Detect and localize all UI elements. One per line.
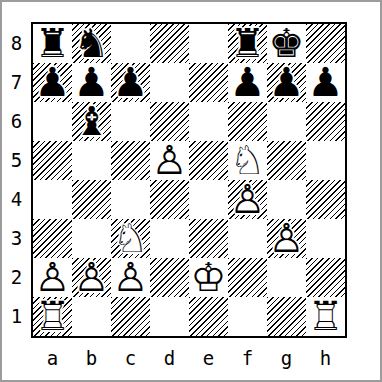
black-king[interactable]: ♚♚ bbox=[267, 24, 306, 63]
black-pawn-glyph: ♟ bbox=[306, 62, 345, 101]
rank-label-8: 8 bbox=[2, 24, 31, 63]
black-pawn[interactable]: ♟♟ bbox=[306, 63, 345, 102]
white-pawn[interactable]: ♟♙ bbox=[267, 219, 306, 258]
square-c8[interactable] bbox=[111, 24, 150, 63]
black-pawn[interactable]: ♟♟ bbox=[228, 63, 267, 102]
square-d2[interactable] bbox=[150, 258, 189, 297]
square-c1[interactable] bbox=[111, 297, 150, 336]
square-a3[interactable] bbox=[33, 219, 72, 258]
square-a4[interactable] bbox=[33, 180, 72, 219]
white-pawn[interactable]: ♟♙ bbox=[33, 258, 72, 297]
white-knight[interactable]: ♞♘ bbox=[111, 219, 150, 258]
white-pawn[interactable]: ♟♙ bbox=[111, 258, 150, 297]
white-knight-glyph: ♘ bbox=[111, 218, 150, 257]
square-h5[interactable] bbox=[306, 141, 345, 180]
rank-labels: 8 7 6 5 4 3 2 1 bbox=[2, 24, 31, 336]
file-label-b: b bbox=[72, 342, 111, 374]
square-e2[interactable]: ♚♔ bbox=[189, 258, 228, 297]
square-e7[interactable] bbox=[189, 63, 228, 102]
rank-label-7: 7 bbox=[2, 63, 31, 102]
file-label-g: g bbox=[267, 342, 306, 374]
square-g7[interactable]: ♟♟ bbox=[267, 63, 306, 102]
square-g4[interactable] bbox=[267, 180, 306, 219]
rank-label-5: 5 bbox=[2, 141, 31, 180]
square-c6[interactable] bbox=[111, 102, 150, 141]
square-a7[interactable]: ♟♟ bbox=[33, 63, 72, 102]
square-f6[interactable] bbox=[228, 102, 267, 141]
black-pawn[interactable]: ♟♟ bbox=[267, 63, 306, 102]
square-h7[interactable]: ♟♟ bbox=[306, 63, 345, 102]
square-d4[interactable] bbox=[150, 180, 189, 219]
square-g8[interactable]: ♚♚ bbox=[267, 24, 306, 63]
square-e6[interactable] bbox=[189, 102, 228, 141]
square-g1[interactable] bbox=[267, 297, 306, 336]
square-e3[interactable] bbox=[189, 219, 228, 258]
black-pawn[interactable]: ♟♟ bbox=[33, 63, 72, 102]
black-pawn[interactable]: ♟♟ bbox=[72, 63, 111, 102]
square-h4[interactable] bbox=[306, 180, 345, 219]
square-h3[interactable] bbox=[306, 219, 345, 258]
square-h1[interactable]: ♜♖ bbox=[306, 297, 345, 336]
black-bishop-glyph: ♝ bbox=[72, 101, 111, 140]
square-h2[interactable] bbox=[306, 258, 345, 297]
square-b7[interactable]: ♟♟ bbox=[72, 63, 111, 102]
white-rook[interactable]: ♜♖ bbox=[33, 297, 72, 336]
square-c5[interactable] bbox=[111, 141, 150, 180]
square-c3[interactable]: ♞♘ bbox=[111, 219, 150, 258]
black-pawn[interactable]: ♟♟ bbox=[111, 63, 150, 102]
square-f8[interactable]: ♜♜ bbox=[228, 24, 267, 63]
white-pawn[interactable]: ♟♙ bbox=[72, 258, 111, 297]
square-a1[interactable]: ♜♖ bbox=[33, 297, 72, 336]
white-rook-glyph: ♖ bbox=[33, 296, 72, 335]
file-label-f: f bbox=[228, 342, 267, 374]
square-a8[interactable]: ♜♜ bbox=[33, 24, 72, 63]
white-pawn[interactable]: ♟♙ bbox=[150, 141, 189, 180]
rank-label-1: 1 bbox=[2, 297, 31, 336]
square-c7[interactable]: ♟♟ bbox=[111, 63, 150, 102]
square-b5[interactable] bbox=[72, 141, 111, 180]
rank-label-2: 2 bbox=[2, 258, 31, 297]
white-pawn-glyph: ♙ bbox=[111, 257, 150, 296]
square-b8[interactable]: ♞♞ bbox=[72, 24, 111, 63]
square-d1[interactable] bbox=[150, 297, 189, 336]
square-e1[interactable] bbox=[189, 297, 228, 336]
square-a5[interactable] bbox=[33, 141, 72, 180]
chess-diagram: 8 7 6 5 4 3 2 1 ♜♜♞♞♜♜♚♚♟♟♟♟♟♟♟♟♟♟♟♟♝♝♟♙… bbox=[0, 0, 382, 382]
square-a6[interactable] bbox=[33, 102, 72, 141]
black-king-glyph: ♚ bbox=[267, 23, 306, 62]
square-c4[interactable] bbox=[111, 180, 150, 219]
square-d8[interactable] bbox=[150, 24, 189, 63]
chess-board: ♜♜♞♞♜♜♚♚♟♟♟♟♟♟♟♟♟♟♟♟♝♝♟♙♞♘♟♙♞♘♟♙♟♙♟♙♟♙♚♔… bbox=[31, 22, 347, 338]
rank-label-4: 4 bbox=[2, 180, 31, 219]
white-pawn-glyph: ♙ bbox=[228, 179, 267, 218]
black-knight[interactable]: ♞♞ bbox=[72, 24, 111, 63]
square-f2[interactable] bbox=[228, 258, 267, 297]
file-label-c: c bbox=[111, 342, 150, 374]
black-rook-glyph: ♜ bbox=[33, 23, 72, 62]
square-f1[interactable] bbox=[228, 297, 267, 336]
white-pawn-glyph: ♙ bbox=[33, 257, 72, 296]
white-pawn-glyph: ♙ bbox=[267, 218, 306, 257]
black-knight-glyph: ♞ bbox=[72, 23, 111, 62]
file-label-e: e bbox=[189, 342, 228, 374]
black-rook[interactable]: ♜♜ bbox=[33, 24, 72, 63]
black-rook[interactable]: ♜♜ bbox=[228, 24, 267, 63]
square-b4[interactable] bbox=[72, 180, 111, 219]
square-d7[interactable] bbox=[150, 63, 189, 102]
white-pawn[interactable]: ♟♙ bbox=[228, 180, 267, 219]
white-pawn-glyph: ♙ bbox=[150, 140, 189, 179]
square-b3[interactable] bbox=[72, 219, 111, 258]
white-king[interactable]: ♚♔ bbox=[189, 258, 228, 297]
rank-label-3: 3 bbox=[2, 219, 31, 258]
square-d5[interactable]: ♟♙ bbox=[150, 141, 189, 180]
file-labels: a b c d e f g h bbox=[33, 342, 345, 374]
square-g3[interactable]: ♟♙ bbox=[267, 219, 306, 258]
square-e4[interactable] bbox=[189, 180, 228, 219]
black-pawn-glyph: ♟ bbox=[33, 62, 72, 101]
file-label-d: d bbox=[150, 342, 189, 374]
square-e5[interactable] bbox=[189, 141, 228, 180]
square-d6[interactable] bbox=[150, 102, 189, 141]
square-a2[interactable]: ♟♙ bbox=[33, 258, 72, 297]
black-bishop[interactable]: ♝♝ bbox=[72, 102, 111, 141]
black-pawn-glyph: ♟ bbox=[72, 62, 111, 101]
black-pawn-glyph: ♟ bbox=[111, 62, 150, 101]
white-knight[interactable]: ♞♘ bbox=[228, 141, 267, 180]
rank-label-6: 6 bbox=[2, 102, 31, 141]
square-g5[interactable] bbox=[267, 141, 306, 180]
square-h8[interactable] bbox=[306, 24, 345, 63]
black-pawn-glyph: ♟ bbox=[267, 62, 306, 101]
square-f3[interactable] bbox=[228, 219, 267, 258]
white-knight-glyph: ♘ bbox=[228, 140, 267, 179]
square-h6[interactable] bbox=[306, 102, 345, 141]
square-b6[interactable]: ♝♝ bbox=[72, 102, 111, 141]
square-c2[interactable]: ♟♙ bbox=[111, 258, 150, 297]
square-e8[interactable] bbox=[189, 24, 228, 63]
black-rook-glyph: ♜ bbox=[228, 23, 267, 62]
square-g2[interactable] bbox=[267, 258, 306, 297]
square-d3[interactable] bbox=[150, 219, 189, 258]
square-b1[interactable] bbox=[72, 297, 111, 336]
file-label-a: a bbox=[33, 342, 72, 374]
square-f7[interactable]: ♟♟ bbox=[228, 63, 267, 102]
white-king-glyph: ♔ bbox=[189, 257, 228, 296]
square-g6[interactable] bbox=[267, 102, 306, 141]
white-rook-glyph: ♖ bbox=[306, 296, 345, 335]
square-b2[interactable]: ♟♙ bbox=[72, 258, 111, 297]
white-pawn-glyph: ♙ bbox=[72, 257, 111, 296]
white-rook[interactable]: ♜♖ bbox=[306, 297, 345, 336]
square-f4[interactable]: ♟♙ bbox=[228, 180, 267, 219]
square-f5[interactable]: ♞♘ bbox=[228, 141, 267, 180]
black-pawn-glyph: ♟ bbox=[228, 62, 267, 101]
file-label-h: h bbox=[306, 342, 345, 374]
